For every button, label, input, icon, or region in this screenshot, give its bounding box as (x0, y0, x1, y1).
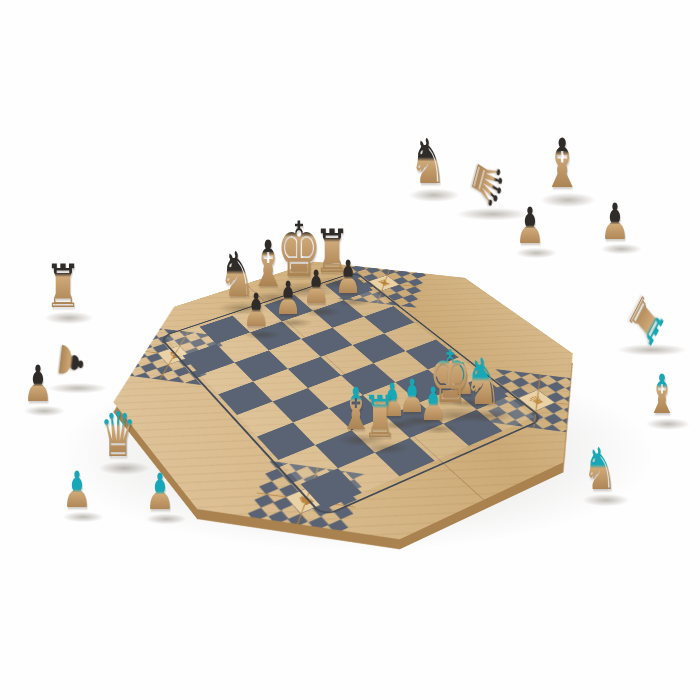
black-pawn[interactable]: ♟ (302, 264, 329, 310)
teal-knight[interactable]: ♞ (464, 350, 502, 414)
teal-pawn[interactable]: ♟ (62, 465, 92, 515)
black-pawn[interactable]: ♟ (515, 201, 545, 251)
black-pawn[interactable]: ♟ (54, 337, 90, 388)
teal-pawn[interactable]: ♟ (419, 381, 446, 427)
teal-knight[interactable]: ♞ (583, 440, 617, 498)
teal-pawn[interactable]: ♟ (145, 467, 175, 517)
teal-queen[interactable]: ♛ (100, 404, 137, 466)
black-pawn[interactable]: ♟ (274, 275, 301, 321)
teal-rook[interactable]: ♜ (363, 388, 397, 446)
black-pawn[interactable]: ♟ (242, 287, 269, 333)
teal-bishop[interactable]: ♝ (646, 368, 678, 422)
black-pawn[interactable]: ♟ (600, 197, 630, 247)
black-pawn[interactable]: ♟ (23, 359, 53, 409)
black-rook[interactable]: ♜ (45, 256, 81, 316)
board-scene: ♝ ♜ ♛ ♞ (0, 0, 700, 700)
black-knight[interactable]: ♞ (410, 131, 447, 193)
black-bishop[interactable]: ♝ (542, 130, 582, 198)
photo-background: ♝ ♜ ♛ ♞ ♞♝♛♟♟♜♚♝♟♞♟♜♟♟♜♟♟♟♚♞♟♝♟♟♝♜♛♞♟♟ (0, 0, 700, 700)
black-pawn[interactable]: ♟ (334, 254, 361, 300)
